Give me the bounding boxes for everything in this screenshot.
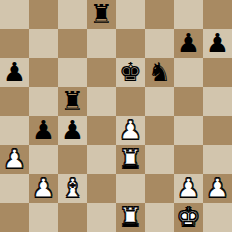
white-pawn[interactable]: ♟: [206, 174, 229, 203]
square-c4[interactable]: ♟: [58, 116, 87, 145]
square-a7[interactable]: [0, 29, 29, 58]
square-h7[interactable]: ♟: [203, 29, 232, 58]
chess-board: ♜♟♟♟♚♞♜♟♟♟♟♜♟♝♟♟♜♚: [0, 0, 232, 232]
black-pawn[interactable]: ♟: [3, 58, 26, 87]
square-g3[interactable]: [174, 145, 203, 174]
square-d1[interactable]: [87, 203, 116, 232]
square-g1[interactable]: ♚: [174, 203, 203, 232]
square-f6[interactable]: ♞: [145, 58, 174, 87]
black-knight[interactable]: ♞: [148, 58, 171, 87]
square-c6[interactable]: [58, 58, 87, 87]
square-b1[interactable]: [29, 203, 58, 232]
black-king[interactable]: ♚: [119, 58, 142, 87]
square-c8[interactable]: [58, 0, 87, 29]
square-e3[interactable]: ♜: [116, 145, 145, 174]
square-b2[interactable]: ♟: [29, 174, 58, 203]
white-pawn[interactable]: ♟: [119, 116, 142, 145]
white-pawn[interactable]: ♟: [177, 174, 200, 203]
square-f2[interactable]: [145, 174, 174, 203]
square-b6[interactable]: [29, 58, 58, 87]
square-f8[interactable]: [145, 0, 174, 29]
black-rook[interactable]: ♜: [61, 87, 84, 116]
square-f1[interactable]: [145, 203, 174, 232]
square-g4[interactable]: [174, 116, 203, 145]
square-f5[interactable]: [145, 87, 174, 116]
square-a2[interactable]: [0, 174, 29, 203]
square-a6[interactable]: ♟: [0, 58, 29, 87]
square-c1[interactable]: [58, 203, 87, 232]
square-e4[interactable]: ♟: [116, 116, 145, 145]
square-a3[interactable]: ♟: [0, 145, 29, 174]
square-b5[interactable]: [29, 87, 58, 116]
white-pawn[interactable]: ♟: [32, 174, 55, 203]
square-a4[interactable]: [0, 116, 29, 145]
square-f3[interactable]: [145, 145, 174, 174]
white-rook[interactable]: ♜: [119, 203, 142, 232]
square-g6[interactable]: [174, 58, 203, 87]
white-rook[interactable]: ♜: [119, 145, 142, 174]
square-g7[interactable]: ♟: [174, 29, 203, 58]
square-h4[interactable]: [203, 116, 232, 145]
square-c7[interactable]: [58, 29, 87, 58]
white-bishop[interactable]: ♝: [61, 174, 84, 203]
square-h3[interactable]: [203, 145, 232, 174]
square-a5[interactable]: [0, 87, 29, 116]
square-d6[interactable]: [87, 58, 116, 87]
square-e5[interactable]: [116, 87, 145, 116]
square-d8[interactable]: ♜: [87, 0, 116, 29]
square-b8[interactable]: [29, 0, 58, 29]
black-pawn[interactable]: ♟: [61, 116, 84, 145]
white-king[interactable]: ♚: [177, 203, 200, 232]
black-pawn[interactable]: ♟: [206, 29, 229, 58]
white-pawn[interactable]: ♟: [3, 145, 26, 174]
square-d3[interactable]: [87, 145, 116, 174]
square-h6[interactable]: [203, 58, 232, 87]
square-g2[interactable]: ♟: [174, 174, 203, 203]
square-h1[interactable]: [203, 203, 232, 232]
square-g8[interactable]: [174, 0, 203, 29]
square-g5[interactable]: [174, 87, 203, 116]
square-b3[interactable]: [29, 145, 58, 174]
black-pawn[interactable]: ♟: [177, 29, 200, 58]
square-c2[interactable]: ♝: [58, 174, 87, 203]
square-a1[interactable]: [0, 203, 29, 232]
square-h5[interactable]: [203, 87, 232, 116]
square-e1[interactable]: ♜: [116, 203, 145, 232]
square-b7[interactable]: [29, 29, 58, 58]
square-d5[interactable]: [87, 87, 116, 116]
square-d2[interactable]: [87, 174, 116, 203]
square-h8[interactable]: [203, 0, 232, 29]
square-f7[interactable]: [145, 29, 174, 58]
square-c3[interactable]: [58, 145, 87, 174]
black-rook[interactable]: ♜: [90, 0, 113, 29]
square-h2[interactable]: ♟: [203, 174, 232, 203]
square-b4[interactable]: ♟: [29, 116, 58, 145]
square-e8[interactable]: [116, 0, 145, 29]
square-d4[interactable]: [87, 116, 116, 145]
square-e7[interactable]: [116, 29, 145, 58]
square-f4[interactable]: [145, 116, 174, 145]
square-e6[interactable]: ♚: [116, 58, 145, 87]
black-pawn[interactable]: ♟: [32, 116, 55, 145]
square-a8[interactable]: [0, 0, 29, 29]
square-c5[interactable]: ♜: [58, 87, 87, 116]
square-e2[interactable]: [116, 174, 145, 203]
square-d7[interactable]: [87, 29, 116, 58]
